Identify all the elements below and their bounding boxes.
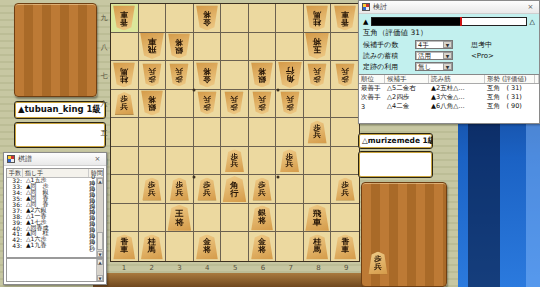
piece-gote-銀将[interactable]: 銀将: [251, 205, 274, 230]
scroll-down-icon[interactable]: ▼: [97, 275, 103, 281]
square-7五[interactable]: [276, 118, 304, 147]
square-9四[interactable]: [331, 147, 359, 176]
piece-sente-歩兵[interactable]: 歩兵: [252, 92, 272, 115]
file-label-5: 5: [229, 264, 241, 272]
candidate-moves-table: 順位 候補手 読み筋 形勢 (評価値) 最善手△5二金右▲2五桂△…互角 ( 3…: [359, 74, 539, 123]
square-6八[interactable]: [249, 33, 277, 62]
analysis-window: 検討 × ▲ △ 互角（評価値 31） 候補手の数 4手 ▼ 思考中: [358, 0, 540, 124]
analysis-titlebar[interactable]: 検討 ×: [359, 1, 539, 14]
evaluation-bar-black-fill: [372, 18, 459, 25]
file-label-4: 4: [201, 264, 213, 272]
candidate-count-row: 候補手の数 4手 ▼ 思考中: [363, 39, 535, 50]
square-2五[interactable]: [139, 118, 167, 147]
piece-sente-角行[interactable]: 角行: [277, 62, 302, 88]
square-1五[interactable]: [111, 118, 139, 147]
engine-name: <Pro>: [471, 52, 494, 60]
square-9一[interactable]: 香車: [331, 232, 359, 261]
candidate-count-label: 候補手の数: [363, 40, 415, 50]
piece-gote-歩兵[interactable]: 歩兵: [142, 178, 162, 201]
kifu-window: 棋譜 × 手数 指し手 時間 32:△1五歩0秒33:▲同 歩0秒34:△同 銀…: [3, 152, 107, 285]
reading-accum-label: 読みの蓄積: [363, 51, 415, 61]
file-label-7: 7: [285, 264, 297, 272]
square-7二[interactable]: [276, 204, 304, 233]
file-label-2: 2: [146, 264, 158, 272]
square-5三[interactable]: 角行: [221, 175, 249, 204]
board-star-point: [193, 89, 196, 92]
comment-scrollbar[interactable]: ▲ ▼: [96, 259, 103, 281]
square-9五[interactable]: [331, 118, 359, 147]
analysis-controls: ▲ △ 互角（評価値 31） 候補手の数 4手 ▼ 思考中 読みの蓄積 活: [359, 14, 539, 74]
square-2一[interactable]: 桂馬: [139, 232, 167, 261]
piece-sente-飛車[interactable]: 飛車: [139, 33, 164, 59]
piece-sente-歩兵[interactable]: 歩兵: [335, 63, 355, 86]
square-9九[interactable]: 香車: [331, 4, 359, 33]
sente-player-plate: ▲tubuan_king 1級: [14, 101, 106, 119]
piece-gote-香車[interactable]: 香車: [113, 234, 136, 259]
piece-gote-角行[interactable]: 角行: [222, 176, 247, 202]
square-6二[interactable]: 銀将: [249, 204, 277, 233]
square-7六[interactable]: 歩兵: [276, 90, 304, 119]
square-4五[interactable]: [194, 118, 222, 147]
square-8三[interactable]: [304, 175, 332, 204]
square-3七[interactable]: 歩兵: [166, 61, 194, 90]
rank-label-五: 五: [99, 128, 109, 138]
col-candidate: 候補手: [385, 75, 429, 83]
square-5二[interactable]: [221, 204, 249, 233]
square-3六[interactable]: [166, 90, 194, 119]
screen: ▲tubuan_king 1級 香車金将桂馬香車飛車銀将玉将桂馬歩兵歩兵金将銀将…: [0, 0, 540, 287]
col-pv: 読み筋: [429, 75, 485, 83]
board-star-point: [276, 175, 279, 178]
square-4一[interactable]: 金将: [194, 232, 222, 261]
piece-sente-金将[interactable]: 金将: [195, 5, 218, 30]
rank-label-六: 六: [99, 99, 109, 109]
square-4六[interactable]: 歩兵: [194, 90, 222, 119]
col-move-number: 手数: [7, 169, 23, 177]
square-7一[interactable]: [276, 232, 304, 261]
square-5五[interactable]: [221, 118, 249, 147]
square-1八[interactable]: [111, 33, 139, 62]
square-6三[interactable]: 歩兵: [249, 175, 277, 204]
piece-sente-歩兵[interactable]: 歩兵: [307, 63, 327, 86]
square-9二[interactable]: [331, 204, 359, 233]
kifu-app-icon: [7, 155, 15, 163]
square-1三[interactable]: [111, 175, 139, 204]
square-9八[interactable]: [331, 33, 359, 62]
board-front-edge: [93, 273, 367, 287]
square-6五[interactable]: [249, 118, 277, 147]
square-8四[interactable]: [304, 147, 332, 176]
square-1四[interactable]: [111, 147, 139, 176]
square-4八[interactable]: [194, 33, 222, 62]
rank-label-九: 九: [99, 13, 109, 23]
reading-accum-value: 活用: [416, 52, 443, 60]
square-3五[interactable]: [166, 118, 194, 147]
piece-sente-玉将[interactable]: 玉将: [305, 33, 330, 59]
square-1二[interactable]: [111, 204, 139, 233]
square-5六[interactable]: 歩兵: [221, 90, 249, 119]
piece-gote-金将[interactable]: 金将: [195, 234, 218, 259]
piece-gote-金将[interactable]: 金将: [251, 234, 274, 259]
square-3二[interactable]: 王将: [166, 204, 194, 233]
kifu-titlebar[interactable]: 棋譜 ×: [4, 153, 106, 166]
square-8五[interactable]: 歩兵: [304, 118, 332, 147]
square-1九[interactable]: 香車: [111, 4, 139, 33]
square-5七[interactable]: [221, 61, 249, 90]
candidate-count-value: 4手: [416, 41, 443, 49]
square-8二[interactable]: 飛車: [304, 204, 332, 233]
square-8九[interactable]: 桂馬: [304, 4, 332, 33]
board-star-point: [193, 175, 196, 178]
scroll-thumb[interactable]: [97, 232, 103, 250]
square-2三[interactable]: 歩兵: [139, 175, 167, 204]
square-6七[interactable]: 銀将: [249, 61, 277, 90]
move-list[interactable]: 手数 指し手 時間 32:△1五歩0秒33:▲同 歩0秒34:△同 銀0秒35:…: [6, 168, 104, 258]
gote-captured-pieces-stand[interactable]: 歩兵: [361, 182, 447, 287]
kifu-title: 棋譜: [18, 154, 92, 164]
move-list-vertical-scrollbar[interactable]: ▲ ▼: [96, 178, 103, 257]
file-label-6: 6: [257, 264, 269, 272]
piece-sente-香車[interactable]: 香車: [334, 5, 357, 30]
board-grid: 香車金将桂馬香車飛車銀将玉将桂馬歩兵歩兵金将銀将角行歩兵歩兵歩兵銀将歩兵歩兵歩兵…: [110, 3, 360, 262]
piece-sente-歩兵[interactable]: 歩兵: [224, 92, 244, 115]
piece-gote-歩兵[interactable]: 歩兵: [252, 178, 272, 201]
kifu-close-icon[interactable]: ×: [92, 155, 103, 164]
book-use-select[interactable]: 無し ▼: [415, 62, 453, 71]
square-2二[interactable]: [139, 204, 167, 233]
piece-gote-桂馬[interactable]: 桂馬: [140, 234, 163, 259]
piece-sente-歩兵[interactable]: 歩兵: [280, 92, 300, 115]
square-2四[interactable]: [139, 147, 167, 176]
move-row-43[interactable]: 43:▲1九香0秒: [7, 243, 103, 249]
reading-accum-row: 読みの蓄積 活用 ▼ <Pro>: [363, 50, 535, 61]
chevron-down-icon[interactable]: ▼: [443, 63, 452, 70]
rank-label-八: 八: [99, 42, 109, 52]
piece-sente-歩兵[interactable]: 歩兵: [169, 63, 189, 86]
square-1六[interactable]: 歩兵: [111, 90, 139, 119]
book-use-label: 定跡の利用: [363, 62, 415, 72]
sente-mark: ▲: [363, 18, 368, 26]
square-3三[interactable]: 歩兵: [166, 175, 194, 204]
candidate-row-3[interactable]: 3△4二金▲6八角△…互角 ( 90): [359, 102, 539, 111]
candidate-table-header: 順位 候補手 読み筋 形勢 (評価値): [359, 75, 539, 84]
candidate-row-1[interactable]: 最善手△5二金右▲2五桂△…互角 ( 31): [359, 84, 539, 93]
col-spare: [535, 75, 539, 83]
square-2九[interactable]: [139, 4, 167, 33]
piece-gote-桂馬[interactable]: 桂馬: [306, 234, 329, 259]
gote-player-name: △murizemede 1級: [362, 136, 433, 146]
piece-gote-歩兵[interactable]: 歩兵: [224, 149, 244, 172]
square-1七[interactable]: 桂馬: [111, 61, 139, 90]
book-use-value: 無し: [416, 63, 443, 71]
sente-captured-pieces-stand[interactable]: [14, 3, 97, 97]
evaluation-text: 互角（評価値 31）: [363, 27, 535, 39]
square-2七[interactable]: 歩兵: [139, 61, 167, 90]
col-eval: 形勢 (評価値): [485, 75, 535, 83]
square-7八[interactable]: [276, 33, 304, 62]
square-6一[interactable]: 金将: [249, 232, 277, 261]
piece-gote-歩兵[interactable]: 歩兵: [114, 92, 134, 115]
square-6九[interactable]: [249, 4, 277, 33]
book-use-row: 定跡の利用 無し ▼: [363, 61, 535, 72]
square-7三[interactable]: [276, 175, 304, 204]
square-6六[interactable]: 歩兵: [249, 90, 277, 119]
square-4四[interactable]: [194, 147, 222, 176]
board-star-point: [276, 89, 279, 92]
square-9六[interactable]: [331, 90, 359, 119]
piece-gote-歩兵[interactable]: 歩兵: [169, 178, 189, 201]
square-8八[interactable]: 玉将: [304, 33, 332, 62]
file-label-8: 8: [312, 264, 324, 272]
chevron-down-icon[interactable]: ▼: [443, 52, 452, 59]
square-2八[interactable]: 飛車: [139, 33, 167, 62]
file-label-3: 3: [174, 264, 186, 272]
square-7七[interactable]: 角行: [276, 61, 304, 90]
square-7四[interactable]: 歩兵: [276, 147, 304, 176]
kifu-comment-box[interactable]: ▲ ▼: [6, 258, 104, 282]
piece-sente-桂馬[interactable]: 桂馬: [306, 5, 329, 30]
piece-gote-歩兵[interactable]: 歩兵: [307, 120, 327, 143]
piece-sente-歩兵[interactable]: 歩兵: [197, 92, 217, 115]
hand-piece-gote-歩兵[interactable]: 歩兵: [368, 252, 388, 275]
piece-gote-飛車[interactable]: 飛車: [305, 205, 330, 231]
square-8七[interactable]: 歩兵: [304, 61, 332, 90]
square-5四[interactable]: 歩兵: [221, 147, 249, 176]
evaluation-bar-marker: [460, 17, 462, 26]
piece-gote-歩兵[interactable]: 歩兵: [197, 178, 217, 201]
analysis-close-icon[interactable]: ×: [525, 3, 536, 12]
sente-info-box: [14, 122, 106, 148]
scroll-up-icon[interactable]: ▲: [97, 259, 103, 265]
square-8六[interactable]: [304, 90, 332, 119]
square-5一[interactable]: [221, 232, 249, 261]
evaluation-bar: [371, 17, 526, 26]
square-5八[interactable]: [221, 33, 249, 62]
square-9三[interactable]: 歩兵: [331, 175, 359, 204]
square-3九[interactable]: [166, 4, 194, 33]
piece-gote-王将[interactable]: 王将: [167, 205, 192, 231]
analysis-title: 検討: [373, 2, 525, 12]
gote-player-plate: △murizemede 1級: [358, 133, 433, 149]
square-1一[interactable]: 香車: [111, 232, 139, 261]
gote-mark: △: [530, 18, 535, 26]
square-4三[interactable]: 歩兵: [194, 175, 222, 204]
square-3四[interactable]: [166, 147, 194, 176]
analysis-app-icon: [362, 3, 370, 11]
square-4七[interactable]: 金将: [194, 61, 222, 90]
piece-sente-歩兵[interactable]: 歩兵: [142, 63, 162, 86]
piece-sente-銀将[interactable]: 銀将: [251, 62, 274, 87]
file-label-9: 9: [340, 264, 352, 272]
gote-info-box: [358, 151, 433, 178]
piece-sente-金将[interactable]: 金将: [195, 62, 218, 87]
piece-gote-歩兵[interactable]: 歩兵: [280, 149, 300, 172]
piece-gote-歩兵[interactable]: 歩兵: [335, 178, 355, 201]
thinking-status: 思考中: [471, 40, 492, 50]
candidate-count-select[interactable]: 4手 ▼: [415, 40, 453, 49]
reading-accum-select[interactable]: 活用 ▼: [415, 51, 453, 60]
square-4九[interactable]: 金将: [194, 4, 222, 33]
square-9七[interactable]: 歩兵: [331, 61, 359, 90]
scroll-up-icon[interactable]: ▲: [97, 178, 103, 184]
square-7九[interactable]: [276, 4, 304, 33]
piece-gote-香車[interactable]: 香車: [334, 234, 357, 259]
scroll-down-icon[interactable]: ▼: [97, 251, 103, 257]
square-6四[interactable]: [249, 147, 277, 176]
piece-sente-香車[interactable]: 香車: [113, 5, 136, 30]
square-3八[interactable]: 銀将: [166, 33, 194, 62]
square-4二[interactable]: [194, 204, 222, 233]
piece-sente-銀将[interactable]: 銀将: [140, 91, 163, 116]
square-8一[interactable]: 桂馬: [304, 232, 332, 261]
file-label-1: 1: [118, 264, 130, 272]
square-3一[interactable]: [166, 232, 194, 261]
evaluation-bar-row: ▲ △: [363, 16, 535, 27]
square-5九[interactable]: [221, 4, 249, 33]
square-2六[interactable]: 銀将: [139, 90, 167, 119]
piece-sente-桂馬[interactable]: 桂馬: [113, 62, 136, 87]
chevron-down-icon[interactable]: ▼: [443, 41, 452, 48]
rank-label-七: 七: [99, 71, 109, 81]
piece-sente-銀将[interactable]: 銀将: [168, 34, 191, 59]
col-rank: 順位: [359, 75, 385, 83]
candidate-row-2[interactable]: 次善手△2四歩▲3六金△…互角 ( 31): [359, 93, 539, 102]
sente-player-name: ▲tubuan_king 1級: [18, 104, 101, 116]
